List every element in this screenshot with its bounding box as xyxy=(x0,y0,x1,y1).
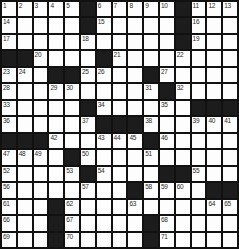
white-cell[interactable]: 28 xyxy=(1,83,17,99)
white-cell[interactable] xyxy=(127,232,143,248)
black-cell xyxy=(96,50,112,66)
white-cell[interactable] xyxy=(17,116,33,132)
white-cell[interactable] xyxy=(159,17,175,33)
white-cell[interactable]: 42 xyxy=(48,133,64,149)
clue-number: 21 xyxy=(114,51,121,59)
clue-number: 30 xyxy=(66,84,73,92)
white-cell[interactable] xyxy=(191,50,207,66)
clue-number: 20 xyxy=(35,51,42,59)
white-cell[interactable] xyxy=(206,17,222,33)
white-cell[interactable] xyxy=(127,215,143,231)
clue-number: 39 xyxy=(193,117,200,125)
clue-number: 15 xyxy=(98,18,105,26)
clue-number: 70 xyxy=(66,233,73,241)
clue-number: 9 xyxy=(145,2,148,10)
white-cell[interactable] xyxy=(48,182,64,198)
clue-number: 18 xyxy=(82,35,89,43)
clue-number: 71 xyxy=(161,233,168,241)
white-cell[interactable] xyxy=(33,232,49,248)
white-cell[interactable]: 38 xyxy=(143,116,159,132)
clue-number: 12 xyxy=(208,2,215,10)
white-cell[interactable]: 13 xyxy=(222,1,238,17)
clue-number: 47 xyxy=(3,150,10,158)
white-cell[interactable] xyxy=(222,50,238,66)
white-cell[interactable] xyxy=(112,232,128,248)
white-cell[interactable] xyxy=(143,17,159,33)
white-cell[interactable] xyxy=(80,83,96,99)
white-cell[interactable]: 14 xyxy=(1,17,17,33)
white-cell[interactable]: 46 xyxy=(159,133,175,149)
clue-number: 58 xyxy=(145,183,152,191)
white-cell[interactable]: 4 xyxy=(48,1,64,17)
clue-number: 52 xyxy=(3,167,10,175)
white-cell[interactable]: 49 xyxy=(33,149,49,165)
white-cell[interactable] xyxy=(33,34,49,50)
black-cell xyxy=(143,232,159,248)
white-cell[interactable] xyxy=(175,215,191,231)
white-cell[interactable]: 18 xyxy=(80,34,96,50)
black-cell xyxy=(48,199,64,215)
clue-number: 33 xyxy=(3,101,10,109)
white-cell[interactable]: 58 xyxy=(143,182,159,198)
white-cell[interactable]: 66 xyxy=(1,215,17,231)
white-cell[interactable]: 3 xyxy=(33,1,49,17)
clue-number: 22 xyxy=(177,51,184,59)
clue-number: 34 xyxy=(98,101,105,109)
black-cell xyxy=(159,83,175,99)
white-cell[interactable] xyxy=(175,116,191,132)
black-cell xyxy=(17,133,33,149)
white-cell[interactable]: 35 xyxy=(159,100,175,116)
white-cell[interactable] xyxy=(222,17,238,33)
white-cell[interactable] xyxy=(33,67,49,83)
white-cell[interactable] xyxy=(64,50,80,66)
white-cell[interactable]: 60 xyxy=(175,182,191,198)
clue-number: 29 xyxy=(50,84,57,92)
white-cell[interactable]: 22 xyxy=(175,50,191,66)
white-cell[interactable] xyxy=(206,166,222,182)
clue-number: 5 xyxy=(66,2,69,10)
clue-number: 41 xyxy=(224,117,231,125)
white-cell[interactable] xyxy=(64,182,80,198)
white-cell[interactable] xyxy=(80,133,96,149)
white-cell[interactable] xyxy=(143,100,159,116)
white-cell[interactable] xyxy=(33,215,49,231)
white-cell[interactable] xyxy=(206,83,222,99)
white-cell[interactable] xyxy=(143,50,159,66)
white-cell[interactable]: 2 xyxy=(17,1,33,17)
white-cell[interactable] xyxy=(206,149,222,165)
white-cell[interactable] xyxy=(96,34,112,50)
white-cell[interactable] xyxy=(112,149,128,165)
clue-number: 17 xyxy=(3,35,10,43)
clue-number: 16 xyxy=(193,18,200,26)
white-cell[interactable] xyxy=(96,83,112,99)
white-cell[interactable] xyxy=(222,34,238,50)
white-cell[interactable] xyxy=(206,232,222,248)
white-cell[interactable] xyxy=(175,232,191,248)
white-cell[interactable] xyxy=(96,199,112,215)
white-cell[interactable] xyxy=(112,83,128,99)
clue-number: 66 xyxy=(3,216,10,224)
white-cell[interactable] xyxy=(80,50,96,66)
white-cell[interactable]: 30 xyxy=(64,83,80,99)
crossword-grid: 1234567891011121314151617181920212223242… xyxy=(0,0,239,249)
white-cell[interactable] xyxy=(33,199,49,215)
white-cell[interactable]: 12 xyxy=(206,1,222,17)
clue-number: 7 xyxy=(114,2,117,10)
white-cell[interactable] xyxy=(191,83,207,99)
white-cell[interactable]: 27 xyxy=(159,67,175,83)
white-cell[interactable] xyxy=(112,199,128,215)
white-cell[interactable]: 34 xyxy=(96,100,112,116)
white-cell[interactable]: 36 xyxy=(1,116,17,132)
white-cell[interactable] xyxy=(64,133,80,149)
white-cell[interactable] xyxy=(33,83,49,99)
white-cell[interactable]: 68 xyxy=(159,215,175,231)
black-cell xyxy=(143,215,159,231)
white-cell[interactable]: 51 xyxy=(143,149,159,165)
clue-number: 55 xyxy=(193,167,200,175)
white-cell[interactable] xyxy=(127,67,143,83)
clue-number: 3 xyxy=(35,2,38,10)
white-cell[interactable]: 33 xyxy=(1,100,17,116)
black-cell xyxy=(127,182,143,198)
clue-number: 19 xyxy=(193,35,200,43)
white-cell[interactable]: 70 xyxy=(64,232,80,248)
white-cell[interactable] xyxy=(175,67,191,83)
black-cell xyxy=(222,100,238,116)
white-cell[interactable] xyxy=(222,83,238,99)
white-cell[interactable] xyxy=(175,199,191,215)
clue-number: 25 xyxy=(82,68,89,76)
white-cell[interactable]: 64 xyxy=(206,199,222,215)
white-cell[interactable]: 24 xyxy=(17,67,33,83)
white-cell[interactable] xyxy=(191,199,207,215)
white-cell[interactable] xyxy=(17,182,33,198)
clue-number: 36 xyxy=(3,117,10,125)
white-cell[interactable] xyxy=(175,149,191,165)
black-cell xyxy=(48,215,64,231)
clue-number: 57 xyxy=(82,183,89,191)
white-cell[interactable] xyxy=(17,100,33,116)
white-cell[interactable] xyxy=(191,215,207,231)
white-cell[interactable] xyxy=(191,133,207,149)
white-cell[interactable] xyxy=(191,232,207,248)
white-cell[interactable] xyxy=(17,232,33,248)
white-cell[interactable] xyxy=(175,133,191,149)
white-cell[interactable]: 56 xyxy=(1,182,17,198)
white-cell[interactable]: 48 xyxy=(17,149,33,165)
white-cell[interactable]: 32 xyxy=(175,83,191,99)
clue-number: 14 xyxy=(3,18,10,26)
white-cell[interactable]: 63 xyxy=(127,199,143,215)
white-cell[interactable]: 50 xyxy=(80,149,96,165)
white-cell[interactable] xyxy=(127,17,143,33)
white-cell[interactable] xyxy=(80,215,96,231)
white-cell[interactable]: 17 xyxy=(1,34,17,50)
clue-number: 50 xyxy=(82,150,89,158)
white-cell[interactable]: 6 xyxy=(96,1,112,17)
white-cell[interactable]: 15 xyxy=(96,17,112,33)
white-cell[interactable]: 57 xyxy=(80,182,96,198)
white-cell[interactable] xyxy=(112,182,128,198)
clue-number: 69 xyxy=(3,233,10,241)
white-cell[interactable]: 37 xyxy=(80,116,96,132)
white-cell[interactable] xyxy=(191,67,207,83)
clue-number: 10 xyxy=(161,2,168,10)
clue-number: 27 xyxy=(161,68,168,76)
white-cell[interactable]: 59 xyxy=(159,182,175,198)
clue-number: 62 xyxy=(66,200,73,208)
white-cell[interactable] xyxy=(222,67,238,83)
white-cell[interactable] xyxy=(206,215,222,231)
white-cell[interactable] xyxy=(64,116,80,132)
clue-number: 40 xyxy=(208,117,215,125)
white-cell[interactable]: 40 xyxy=(206,116,222,132)
white-cell[interactable] xyxy=(206,133,222,149)
white-cell[interactable] xyxy=(175,100,191,116)
white-cell[interactable]: 39 xyxy=(191,116,207,132)
white-cell[interactable] xyxy=(191,182,207,198)
clue-number: 65 xyxy=(224,200,231,208)
black-cell xyxy=(80,1,96,17)
white-cell[interactable]: 26 xyxy=(96,67,112,83)
white-cell[interactable] xyxy=(159,149,175,165)
clue-number: 56 xyxy=(3,183,10,191)
white-cell[interactable] xyxy=(80,199,96,215)
white-cell[interactable] xyxy=(112,215,128,231)
white-cell[interactable] xyxy=(159,50,175,66)
clue-number: 28 xyxy=(3,84,10,92)
clue-number: 45 xyxy=(129,134,136,142)
white-cell[interactable] xyxy=(222,215,238,231)
clue-number: 35 xyxy=(161,101,168,109)
black-cell xyxy=(1,50,17,66)
white-cell[interactable] xyxy=(17,34,33,50)
white-cell[interactable]: 9 xyxy=(143,1,159,17)
white-cell[interactable] xyxy=(64,34,80,50)
white-cell[interactable] xyxy=(112,67,128,83)
white-cell[interactable] xyxy=(222,149,238,165)
white-cell[interactable]: 16 xyxy=(191,17,207,33)
clue-number: 1 xyxy=(3,2,6,10)
clue-number: 32 xyxy=(177,84,184,92)
clue-number: 61 xyxy=(3,200,10,208)
white-cell[interactable]: 69 xyxy=(1,232,17,248)
black-cell xyxy=(175,17,191,33)
white-cell[interactable] xyxy=(159,199,175,215)
white-cell[interactable] xyxy=(33,100,49,116)
white-cell[interactable] xyxy=(48,166,64,182)
white-cell[interactable] xyxy=(96,232,112,248)
clue-number: 13 xyxy=(224,2,231,10)
black-cell xyxy=(159,166,175,182)
clue-number: 2 xyxy=(19,2,22,10)
white-cell[interactable] xyxy=(143,34,159,50)
white-cell[interactable] xyxy=(96,182,112,198)
white-cell[interactable]: 43 xyxy=(96,133,112,149)
black-cell xyxy=(64,149,80,165)
white-cell[interactable]: 20 xyxy=(33,50,49,66)
black-cell xyxy=(33,133,49,149)
white-cell[interactable] xyxy=(48,149,64,165)
black-cell xyxy=(48,232,64,248)
white-cell[interactable]: 41 xyxy=(222,116,238,132)
white-cell[interactable]: 23 xyxy=(1,67,17,83)
white-cell[interactable] xyxy=(191,149,207,165)
white-cell[interactable] xyxy=(112,100,128,116)
white-cell[interactable]: 44 xyxy=(112,133,128,149)
white-cell[interactable] xyxy=(48,17,64,33)
clue-number: 11 xyxy=(193,2,199,10)
clue-number: 67 xyxy=(66,216,73,224)
black-cell xyxy=(175,34,191,50)
white-cell[interactable] xyxy=(64,17,80,33)
white-cell[interactable]: 11 xyxy=(191,1,207,17)
clue-number: 51 xyxy=(145,150,152,158)
white-cell[interactable] xyxy=(48,50,64,66)
white-cell[interactable]: 71 xyxy=(159,232,175,248)
white-cell[interactable]: 61 xyxy=(1,199,17,215)
white-cell[interactable]: 62 xyxy=(64,199,80,215)
black-cell xyxy=(175,1,191,17)
clue-number: 37 xyxy=(82,117,89,125)
black-cell xyxy=(143,67,159,83)
white-cell[interactable] xyxy=(33,166,49,182)
white-cell[interactable] xyxy=(222,232,238,248)
white-cell[interactable]: 19 xyxy=(191,34,207,50)
black-cell xyxy=(48,67,64,83)
black-cell xyxy=(143,133,159,149)
white-cell[interactable]: 8 xyxy=(127,1,143,17)
white-cell[interactable]: 52 xyxy=(1,166,17,182)
black-cell xyxy=(80,17,96,33)
clue-number: 53 xyxy=(66,167,73,175)
clue-number: 42 xyxy=(50,134,57,142)
clue-number: 24 xyxy=(19,68,26,76)
white-cell[interactable] xyxy=(127,149,143,165)
white-cell[interactable]: 47 xyxy=(1,149,17,165)
white-cell[interactable]: 67 xyxy=(64,215,80,231)
white-cell[interactable] xyxy=(143,199,159,215)
black-cell xyxy=(206,182,222,198)
clue-number: 38 xyxy=(145,117,152,125)
clue-number: 48 xyxy=(19,150,26,158)
black-cell xyxy=(80,100,96,116)
white-cell[interactable]: 10 xyxy=(159,1,175,17)
black-cell xyxy=(17,50,33,66)
white-cell[interactable]: 29 xyxy=(48,83,64,99)
white-cell[interactable] xyxy=(206,67,222,83)
white-cell[interactable] xyxy=(127,100,143,116)
clue-number: 6 xyxy=(98,2,101,10)
white-cell[interactable]: 25 xyxy=(80,67,96,83)
clue-number: 4 xyxy=(50,2,53,10)
white-cell[interactable] xyxy=(48,100,64,116)
clue-number: 26 xyxy=(98,68,105,76)
black-cell xyxy=(191,100,207,116)
white-cell[interactable] xyxy=(17,17,33,33)
black-cell xyxy=(96,116,112,132)
white-cell[interactable] xyxy=(127,166,143,182)
clue-number: 64 xyxy=(208,200,215,208)
clue-number: 43 xyxy=(98,134,105,142)
white-cell[interactable] xyxy=(127,83,143,99)
white-cell[interactable] xyxy=(206,50,222,66)
white-cell[interactable]: 1 xyxy=(1,1,17,17)
white-cell[interactable] xyxy=(33,17,49,33)
white-cell[interactable]: 45 xyxy=(127,133,143,149)
white-cell[interactable] xyxy=(112,166,128,182)
clue-number: 54 xyxy=(98,167,105,175)
clue-number: 8 xyxy=(129,2,132,10)
white-cell[interactable] xyxy=(17,215,33,231)
white-cell[interactable] xyxy=(112,17,128,33)
clue-number: 46 xyxy=(161,134,168,142)
white-cell[interactable] xyxy=(17,199,33,215)
white-cell[interactable] xyxy=(48,116,64,132)
black-cell xyxy=(112,116,128,132)
black-cell xyxy=(206,100,222,116)
black-cell xyxy=(80,166,96,182)
white-cell[interactable]: 53 xyxy=(64,166,80,182)
white-cell[interactable] xyxy=(96,215,112,231)
white-cell[interactable]: 21 xyxy=(112,50,128,66)
white-cell[interactable] xyxy=(222,166,238,182)
black-cell xyxy=(175,166,191,182)
white-cell[interactable]: 54 xyxy=(96,166,112,182)
white-cell[interactable]: 55 xyxy=(191,166,207,182)
white-cell[interactable] xyxy=(206,34,222,50)
white-cell[interactable] xyxy=(159,116,175,132)
black-cell xyxy=(222,182,238,198)
clue-number: 49 xyxy=(35,150,42,158)
clue-number: 31 xyxy=(145,84,152,92)
clue-number: 63 xyxy=(129,200,136,208)
black-cell xyxy=(127,116,143,132)
white-cell[interactable] xyxy=(33,116,49,132)
white-cell[interactable] xyxy=(17,166,33,182)
black-cell xyxy=(64,67,80,83)
black-cell xyxy=(1,133,17,149)
clue-number: 60 xyxy=(177,183,184,191)
clue-number: 23 xyxy=(3,68,10,76)
white-cell[interactable] xyxy=(159,34,175,50)
white-cell[interactable]: 7 xyxy=(112,1,128,17)
white-cell[interactable] xyxy=(222,133,238,149)
white-cell[interactable] xyxy=(64,100,80,116)
white-cell[interactable]: 65 xyxy=(222,199,238,215)
clue-number: 68 xyxy=(161,216,168,224)
white-cell[interactable] xyxy=(80,232,96,248)
white-cell[interactable]: 5 xyxy=(64,1,80,17)
clue-number: 44 xyxy=(114,134,121,142)
white-cell[interactable] xyxy=(96,149,112,165)
white-cell[interactable] xyxy=(127,34,143,50)
white-cell[interactable] xyxy=(17,83,33,99)
white-cell[interactable] xyxy=(143,166,159,182)
white-cell[interactable]: 31 xyxy=(143,83,159,99)
white-cell[interactable] xyxy=(33,182,49,198)
white-cell[interactable] xyxy=(112,34,128,50)
white-cell[interactable] xyxy=(127,50,143,66)
white-cell[interactable] xyxy=(48,34,64,50)
clue-number: 59 xyxy=(161,183,168,191)
